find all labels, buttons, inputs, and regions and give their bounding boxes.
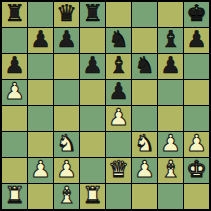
square-a6[interactable]: ♟ bbox=[2, 54, 27, 79]
square-a3[interactable] bbox=[2, 132, 27, 157]
square-e5[interactable]: ♟ bbox=[106, 80, 131, 105]
white-pawn-piece: ♟ bbox=[134, 158, 155, 182]
square-c5[interactable] bbox=[54, 80, 79, 105]
square-b1[interactable] bbox=[28, 184, 53, 209]
square-d8[interactable]: ♜ bbox=[80, 2, 105, 27]
square-c1[interactable]: ♝ bbox=[54, 184, 79, 209]
square-d6[interactable]: ♟ bbox=[80, 54, 105, 79]
black-pawn-piece: ♟ bbox=[30, 28, 51, 52]
chess-board-grid: ♜♛♜♚♟♟♞♝♟♟♟♝♞♟♟♟♟♞♞♟♟♟♟♛♟♝♚♜♝♜ bbox=[2, 2, 209, 209]
square-c8[interactable]: ♛ bbox=[54, 2, 79, 27]
square-f5[interactable] bbox=[132, 80, 157, 105]
square-b7[interactable]: ♟ bbox=[28, 28, 53, 53]
white-pawn-piece: ♟ bbox=[30, 158, 51, 182]
black-pawn-piece: ♟ bbox=[56, 28, 77, 52]
square-f1[interactable] bbox=[132, 184, 157, 209]
square-e3[interactable] bbox=[106, 132, 131, 157]
square-g8[interactable] bbox=[158, 2, 183, 27]
square-g3[interactable]: ♟ bbox=[158, 132, 183, 157]
square-b3[interactable] bbox=[28, 132, 53, 157]
white-pawn-piece: ♟ bbox=[108, 106, 129, 130]
square-g4[interactable] bbox=[158, 106, 183, 131]
black-pawn-piece: ♟ bbox=[160, 54, 181, 78]
black-queen-piece: ♛ bbox=[56, 2, 77, 26]
white-rook-piece: ♜ bbox=[4, 184, 25, 208]
square-f2[interactable]: ♟ bbox=[132, 158, 157, 183]
square-a8[interactable]: ♜ bbox=[2, 2, 27, 27]
square-c6[interactable] bbox=[54, 54, 79, 79]
square-h1[interactable] bbox=[184, 184, 209, 209]
white-pawn-piece: ♟ bbox=[56, 158, 77, 182]
square-f3[interactable]: ♞ bbox=[132, 132, 157, 157]
white-knight-piece: ♞ bbox=[134, 132, 155, 156]
square-g1[interactable] bbox=[158, 184, 183, 209]
square-g6[interactable]: ♟ bbox=[158, 54, 183, 79]
square-e8[interactable] bbox=[106, 2, 131, 27]
black-pawn-piece: ♟ bbox=[186, 28, 207, 52]
square-h3[interactable]: ♟ bbox=[184, 132, 209, 157]
black-rook-piece: ♜ bbox=[4, 2, 25, 26]
square-c4[interactable] bbox=[54, 106, 79, 131]
square-e7[interactable]: ♞ bbox=[106, 28, 131, 53]
black-bishop-piece: ♝ bbox=[108, 54, 129, 78]
square-a1[interactable]: ♜ bbox=[2, 184, 27, 209]
square-d2[interactable] bbox=[80, 158, 105, 183]
black-pawn-piece: ♟ bbox=[4, 54, 25, 78]
square-d7[interactable] bbox=[80, 28, 105, 53]
white-rook-piece: ♜ bbox=[82, 184, 103, 208]
black-knight-piece: ♞ bbox=[108, 28, 129, 52]
black-bishop-piece: ♝ bbox=[160, 28, 181, 52]
square-e2[interactable]: ♛ bbox=[106, 158, 131, 183]
square-e1[interactable] bbox=[106, 184, 131, 209]
square-b4[interactable] bbox=[28, 106, 53, 131]
black-king-piece: ♚ bbox=[186, 2, 207, 26]
square-a2[interactable] bbox=[2, 158, 27, 183]
square-a4[interactable] bbox=[2, 106, 27, 131]
square-h7[interactable]: ♟ bbox=[184, 28, 209, 53]
square-a5[interactable]: ♟ bbox=[2, 80, 27, 105]
black-pawn-piece: ♟ bbox=[82, 54, 103, 78]
square-e6[interactable]: ♝ bbox=[106, 54, 131, 79]
chess-board: ♜♛♜♚♟♟♞♝♟♟♟♝♞♟♟♟♟♞♞♟♟♟♟♛♟♝♚♜♝♜ bbox=[0, 0, 211, 211]
square-d5[interactable] bbox=[80, 80, 105, 105]
white-pawn-piece: ♟ bbox=[4, 80, 25, 104]
white-pawn-piece: ♟ bbox=[160, 132, 181, 156]
square-h2[interactable]: ♚ bbox=[184, 158, 209, 183]
black-knight-piece: ♞ bbox=[134, 54, 155, 78]
black-pawn-piece: ♟ bbox=[108, 80, 129, 104]
square-h8[interactable]: ♚ bbox=[184, 2, 209, 27]
square-f6[interactable]: ♞ bbox=[132, 54, 157, 79]
square-c7[interactable]: ♟ bbox=[54, 28, 79, 53]
white-king-piece: ♚ bbox=[186, 158, 207, 182]
square-d1[interactable]: ♜ bbox=[80, 184, 105, 209]
black-rook-piece: ♜ bbox=[82, 2, 103, 26]
square-e4[interactable]: ♟ bbox=[106, 106, 131, 131]
square-c2[interactable]: ♟ bbox=[54, 158, 79, 183]
square-f7[interactable] bbox=[132, 28, 157, 53]
square-h5[interactable] bbox=[184, 80, 209, 105]
square-d3[interactable] bbox=[80, 132, 105, 157]
square-h4[interactable] bbox=[184, 106, 209, 131]
white-pawn-piece: ♟ bbox=[186, 132, 207, 156]
square-g5[interactable] bbox=[158, 80, 183, 105]
square-g2[interactable]: ♝ bbox=[158, 158, 183, 183]
white-bishop-piece: ♝ bbox=[160, 158, 181, 182]
square-d4[interactable] bbox=[80, 106, 105, 131]
square-f8[interactable] bbox=[132, 2, 157, 27]
white-queen-piece: ♛ bbox=[108, 158, 129, 182]
square-a7[interactable] bbox=[2, 28, 27, 53]
square-b2[interactable]: ♟ bbox=[28, 158, 53, 183]
square-b8[interactable] bbox=[28, 2, 53, 27]
white-knight-piece: ♞ bbox=[56, 132, 77, 156]
square-f4[interactable] bbox=[132, 106, 157, 131]
square-b6[interactable] bbox=[28, 54, 53, 79]
square-b5[interactable] bbox=[28, 80, 53, 105]
square-g7[interactable]: ♝ bbox=[158, 28, 183, 53]
square-c3[interactable]: ♞ bbox=[54, 132, 79, 157]
white-bishop-piece: ♝ bbox=[56, 184, 77, 208]
square-h6[interactable] bbox=[184, 54, 209, 79]
